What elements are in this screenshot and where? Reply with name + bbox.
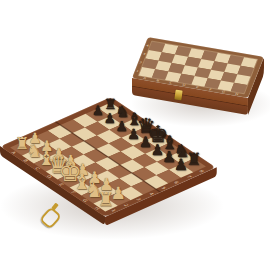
brass-clasp-pin xyxy=(51,203,59,211)
brass-latch xyxy=(174,90,182,101)
brass-clasp-hook xyxy=(39,206,62,229)
chess-board: ABCDEFGH12345678 xyxy=(0,97,216,217)
scene: ABCDEFGH1234 ABCDEFGH12345678 ♜♞♝♛♚♝♞♜♟♟… xyxy=(0,0,270,270)
